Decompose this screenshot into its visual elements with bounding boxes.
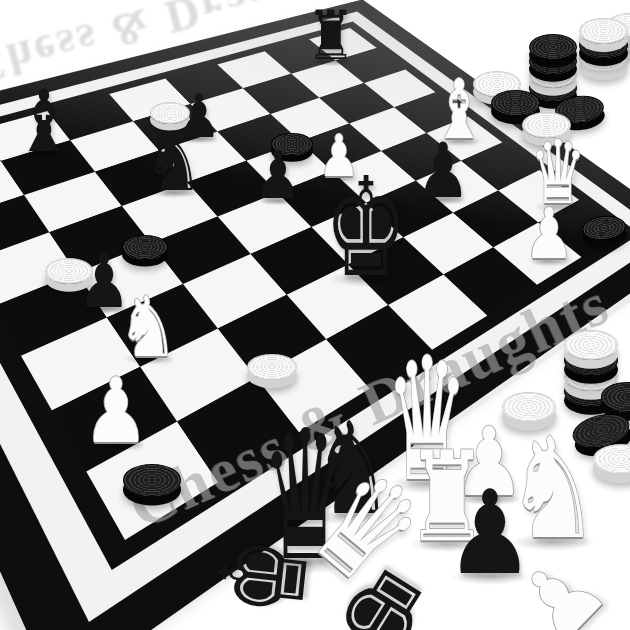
black-king-r5c4: ♚ [324,159,408,295]
black-king: ♚ [200,532,327,622]
black-checker [529,34,577,60]
black-checker [123,464,181,495]
white-knight-r6c1: ♞ [118,285,178,369]
white-pawn-r6c0: ♟ [83,366,149,456]
product-photo-stage: Chess & Draughts Chess & Draughts ♝♟♞♜♟♟… [0,0,630,630]
black-bishop-r1c1: ♝ [15,78,73,164]
black-knight-r3c3: ♞ [145,121,204,203]
white-checker [564,330,618,359]
white-checker [247,354,297,381]
black-rook-r0c7: ♜ [307,2,356,70]
white-pawn-r7c6: ♟ [524,199,574,269]
black-pawn-r4c3: ♟ [254,143,301,209]
black-pawn-r5c5: ♟ [416,133,471,209]
